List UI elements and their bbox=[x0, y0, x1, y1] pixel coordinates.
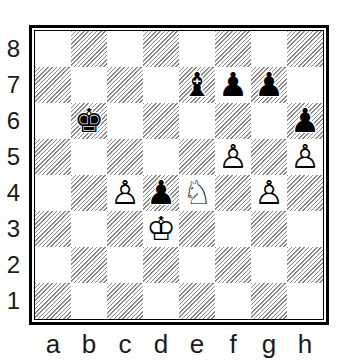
square-f5[interactable]: ♙ bbox=[215, 139, 251, 175]
piece-wN-e4[interactable]: ♘ bbox=[182, 175, 212, 211]
square-a8[interactable] bbox=[35, 31, 71, 67]
square-e3[interactable] bbox=[179, 211, 215, 247]
piece-wP-f5[interactable]: ♙ bbox=[218, 139, 248, 175]
square-a6[interactable] bbox=[35, 103, 71, 139]
square-d4[interactable]: ♟ bbox=[143, 175, 179, 211]
square-c6[interactable] bbox=[107, 103, 143, 139]
square-d6[interactable] bbox=[143, 103, 179, 139]
file-label-d: d bbox=[143, 330, 179, 360]
square-f1[interactable] bbox=[215, 283, 251, 319]
square-a4[interactable] bbox=[35, 175, 71, 211]
square-d1[interactable] bbox=[143, 283, 179, 319]
rank-label-3: 3 bbox=[0, 211, 27, 247]
square-e1[interactable] bbox=[179, 283, 215, 319]
square-b7[interactable] bbox=[71, 67, 107, 103]
square-h6[interactable]: ♟ bbox=[287, 103, 323, 139]
piece-bP-d4[interactable]: ♟ bbox=[146, 175, 176, 211]
square-g7[interactable]: ♟ bbox=[251, 67, 287, 103]
square-b4[interactable] bbox=[71, 175, 107, 211]
square-h5[interactable]: ♙ bbox=[287, 139, 323, 175]
square-g8[interactable] bbox=[251, 31, 287, 67]
file-label-c: c bbox=[107, 330, 143, 360]
rank-label-2: 2 bbox=[0, 247, 27, 283]
file-label-h: h bbox=[287, 330, 323, 360]
square-e4[interactable]: ♘ bbox=[179, 175, 215, 211]
square-f7[interactable]: ♟ bbox=[215, 67, 251, 103]
file-label-f: f bbox=[215, 330, 251, 360]
square-d7[interactable] bbox=[143, 67, 179, 103]
square-g2[interactable] bbox=[251, 247, 287, 283]
square-c7[interactable] bbox=[107, 67, 143, 103]
square-e2[interactable] bbox=[179, 247, 215, 283]
square-a7[interactable] bbox=[35, 67, 71, 103]
piece-wK-d3[interactable]: ♔ bbox=[146, 211, 176, 247]
square-d2[interactable] bbox=[143, 247, 179, 283]
square-d3[interactable]: ♔ bbox=[143, 211, 179, 247]
square-e7[interactable]: ♝ bbox=[179, 67, 215, 103]
rank-label-1: 1 bbox=[0, 283, 27, 319]
square-g4[interactable]: ♙ bbox=[251, 175, 287, 211]
square-c4[interactable]: ♙ bbox=[107, 175, 143, 211]
square-a5[interactable] bbox=[35, 139, 71, 175]
rank-label-8: 8 bbox=[0, 31, 27, 67]
square-h2[interactable] bbox=[287, 247, 323, 283]
square-e8[interactable] bbox=[179, 31, 215, 67]
piece-bP-g7[interactable]: ♟ bbox=[254, 67, 284, 103]
square-a2[interactable] bbox=[35, 247, 71, 283]
square-c1[interactable] bbox=[107, 283, 143, 319]
square-b6[interactable]: ♚ bbox=[71, 103, 107, 139]
piece-bP-f7[interactable]: ♟ bbox=[218, 67, 248, 103]
file-label-b: b bbox=[71, 330, 107, 360]
square-g5[interactable] bbox=[251, 139, 287, 175]
square-f4[interactable] bbox=[215, 175, 251, 211]
square-b8[interactable] bbox=[71, 31, 107, 67]
file-label-e: e bbox=[179, 330, 215, 360]
square-c2[interactable] bbox=[107, 247, 143, 283]
file-label-g: g bbox=[251, 330, 287, 360]
square-b5[interactable] bbox=[71, 139, 107, 175]
chess-diagram: 87654321 ♝♟♟♚♟♙♙♙♟♘♙♔ abcdefgh bbox=[0, 0, 360, 360]
square-h7[interactable] bbox=[287, 67, 323, 103]
square-h8[interactable] bbox=[287, 31, 323, 67]
rank-label-5: 5 bbox=[0, 139, 27, 175]
square-a3[interactable] bbox=[35, 211, 71, 247]
square-a1[interactable] bbox=[35, 283, 71, 319]
square-e5[interactable] bbox=[179, 139, 215, 175]
square-f3[interactable] bbox=[215, 211, 251, 247]
square-h1[interactable] bbox=[287, 283, 323, 319]
square-c8[interactable] bbox=[107, 31, 143, 67]
square-d8[interactable] bbox=[143, 31, 179, 67]
file-label-a: a bbox=[35, 330, 71, 360]
rank-label-6: 6 bbox=[0, 103, 27, 139]
board-frame: ♝♟♟♚♟♙♙♙♟♘♙♔ bbox=[29, 25, 329, 325]
piece-bP-h6[interactable]: ♟ bbox=[290, 103, 320, 139]
file-labels: abcdefgh bbox=[35, 330, 323, 360]
square-b2[interactable] bbox=[71, 247, 107, 283]
square-c3[interactable] bbox=[107, 211, 143, 247]
square-g3[interactable] bbox=[251, 211, 287, 247]
piece-wP-g4[interactable]: ♙ bbox=[254, 175, 284, 211]
square-b3[interactable] bbox=[71, 211, 107, 247]
square-h3[interactable] bbox=[287, 211, 323, 247]
rank-labels: 87654321 bbox=[0, 31, 27, 319]
square-h4[interactable] bbox=[287, 175, 323, 211]
rank-label-7: 7 bbox=[0, 67, 27, 103]
square-f2[interactable] bbox=[215, 247, 251, 283]
square-c5[interactable] bbox=[107, 139, 143, 175]
rank-label-4: 4 bbox=[0, 175, 27, 211]
piece-wP-c4[interactable]: ♙ bbox=[110, 175, 140, 211]
piece-bK-b6[interactable]: ♚ bbox=[74, 103, 104, 139]
chess-board: ♝♟♟♚♟♙♙♙♟♘♙♔ bbox=[34, 30, 324, 320]
square-e6[interactable] bbox=[179, 103, 215, 139]
piece-wP-h5[interactable]: ♙ bbox=[290, 139, 320, 175]
piece-bB-e7[interactable]: ♝ bbox=[182, 67, 212, 103]
square-g6[interactable] bbox=[251, 103, 287, 139]
square-f8[interactable] bbox=[215, 31, 251, 67]
square-g1[interactable] bbox=[251, 283, 287, 319]
square-f6[interactable] bbox=[215, 103, 251, 139]
square-d5[interactable] bbox=[143, 139, 179, 175]
square-b1[interactable] bbox=[71, 283, 107, 319]
